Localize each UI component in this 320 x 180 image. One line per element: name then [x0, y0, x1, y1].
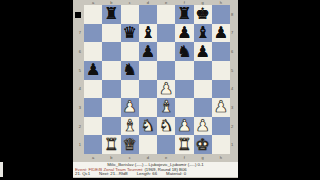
square-c6[interactable] [121, 42, 139, 61]
square-e3[interactable]: ♝ [157, 98, 175, 117]
rank-labels-right: 87654321 [230, 5, 238, 154]
square-a7[interactable] [84, 24, 102, 43]
coord-label-1: 1 [73, 135, 82, 154]
file-labels-bottom: abcdefgh [84, 154, 230, 162]
square-h5[interactable] [212, 61, 230, 80]
square-e4[interactable]: ♟ [157, 80, 175, 99]
square-f4[interactable] [175, 80, 193, 99]
square-a4[interactable] [84, 80, 102, 99]
white-pawn[interactable]: ♟ [159, 81, 173, 97]
rank-labels-left: 87654321 [73, 5, 82, 154]
square-h3[interactable]: ♟ [212, 98, 230, 117]
black-queen[interactable]: ♛ [122, 25, 136, 41]
black-pawn[interactable]: ♟ [141, 44, 155, 60]
coord-label-d: d [139, 154, 157, 162]
black-rook[interactable]: ♜ [177, 6, 191, 22]
coord-label-e: e [157, 154, 175, 162]
coord-label-b: b [102, 154, 120, 162]
square-h1[interactable] [212, 135, 230, 154]
square-d8[interactable] [139, 5, 157, 24]
square-f1[interactable]: ♜ [175, 135, 193, 154]
square-e2[interactable]: ♞ [157, 117, 175, 136]
square-h8[interactable] [212, 5, 230, 24]
coord-label-3: 3 [230, 98, 238, 117]
square-b1[interactable]: ♜ [102, 135, 120, 154]
square-d2[interactable]: ♞ [139, 117, 157, 136]
coord-label-g: g [194, 154, 212, 162]
material-balance: Material: 0 [166, 172, 186, 177]
square-f7[interactable]: ♟ [175, 24, 193, 43]
coord-label-5: 5 [230, 61, 238, 80]
black-pawn[interactable]: ♟ [86, 62, 100, 78]
black-knight[interactable]: ♞ [122, 62, 136, 78]
square-g7[interactable]: ♝ [194, 24, 212, 43]
square-b4[interactable] [102, 80, 120, 99]
black-pawn[interactable]: ♟ [177, 25, 191, 41]
square-h4[interactable] [212, 80, 230, 99]
black-to-move-indicator [75, 12, 81, 18]
next-move: Next: 21...Rfd8 [99, 172, 128, 177]
square-d4[interactable] [139, 80, 157, 99]
coord-label-8: 8 [230, 5, 238, 24]
square-f3[interactable] [175, 98, 193, 117]
white-bishop[interactable]: ♝ [159, 99, 173, 115]
square-a5[interactable]: ♟ [84, 61, 102, 80]
white-knight[interactable]: ♞ [159, 118, 173, 134]
game-info-caption: Milic_Borislav (----) -- Ljubojevic_Ljub… [73, 162, 238, 177]
square-g6[interactable]: ♟ [194, 42, 212, 61]
coord-label-7: 7 [73, 24, 82, 43]
square-a3[interactable] [84, 98, 102, 117]
coord-label-7: 7 [230, 24, 238, 43]
black-pawn[interactable]: ♟ [195, 44, 209, 60]
square-a6[interactable] [84, 42, 102, 61]
white-king[interactable]: ♚ [195, 137, 209, 153]
square-e5[interactable] [157, 61, 175, 80]
square-e1[interactable] [157, 135, 175, 154]
game-length: Length: 66 [137, 172, 157, 177]
square-b3[interactable] [102, 98, 120, 117]
coord-label-a: a [84, 154, 102, 162]
square-f6[interactable]: ♞ [175, 42, 193, 61]
square-g8[interactable]: ♚ [194, 5, 212, 24]
square-b6[interactable] [102, 42, 120, 61]
square-c2[interactable]: ♝ [121, 117, 139, 136]
square-h7[interactable]: ♟ [212, 24, 230, 43]
square-c5[interactable]: ♞ [121, 61, 139, 80]
white-rook[interactable]: ♜ [177, 137, 191, 153]
white-pawn[interactable]: ♟ [177, 118, 191, 134]
black-knight[interactable]: ♞ [177, 44, 191, 60]
black-king[interactable]: ♚ [195, 6, 209, 22]
square-d7[interactable]: ♝ [139, 24, 157, 43]
coord-label-1: 1 [230, 135, 238, 154]
white-pawn[interactable]: ♟ [195, 118, 209, 134]
coord-label-6: 6 [73, 42, 82, 61]
square-c3[interactable]: ♟ [121, 98, 139, 117]
square-a1[interactable] [84, 135, 102, 154]
white-queen[interactable]: ♛ [122, 137, 136, 153]
square-f2[interactable]: ♟ [175, 117, 193, 136]
coord-label-4: 4 [73, 80, 82, 99]
last-move: 21. Qc1 [75, 172, 90, 177]
square-e8[interactable] [157, 5, 175, 24]
black-pawn[interactable]: ♟ [214, 25, 228, 41]
square-b8[interactable]: ♜ [102, 5, 120, 24]
white-pawn[interactable]: ♟ [214, 99, 228, 115]
square-a2[interactable] [84, 117, 102, 136]
coord-label-3: 3 [73, 98, 82, 117]
square-d6[interactable]: ♟ [139, 42, 157, 61]
square-c4[interactable] [121, 80, 139, 99]
square-h6[interactable] [212, 42, 230, 61]
square-e6[interactable] [157, 42, 175, 61]
square-h2[interactable] [212, 117, 230, 136]
black-bishop[interactable]: ♝ [195, 25, 209, 41]
square-c8[interactable] [121, 5, 139, 24]
square-g1[interactable]: ♚ [194, 135, 212, 154]
square-a8[interactable] [84, 5, 102, 24]
screen-artifact [0, 162, 3, 177]
coord-label-c: c [121, 154, 139, 162]
coord-label-2: 2 [230, 117, 238, 136]
square-b5[interactable] [102, 61, 120, 80]
coord-label-4: 4 [230, 80, 238, 99]
video-frame: { "game": "chess", "position": { "fen": … [0, 0, 320, 180]
square-g3[interactable] [194, 98, 212, 117]
white-knight[interactable]: ♞ [141, 118, 155, 134]
square-e7[interactable] [157, 24, 175, 43]
move-status-line: 21. Qc1 Next: 21...Rfd8 Length: 66 Mater… [75, 172, 236, 177]
square-b7[interactable] [102, 24, 120, 43]
square-d3[interactable] [139, 98, 157, 117]
coord-label-h: h [212, 154, 230, 162]
coord-label-f: f [175, 154, 193, 162]
coord-label-5: 5 [73, 61, 82, 80]
black-bishop[interactable]: ♝ [141, 25, 155, 41]
coord-label-6: 6 [230, 42, 238, 61]
white-bishop[interactable]: ♝ [122, 118, 136, 134]
square-f5[interactable] [175, 61, 193, 80]
square-g5[interactable] [194, 61, 212, 80]
square-b2[interactable] [102, 117, 120, 136]
square-g4[interactable] [194, 80, 212, 99]
square-f8[interactable]: ♜ [175, 5, 193, 24]
coord-label-2: 2 [73, 117, 82, 136]
square-c1[interactable]: ♛ [121, 135, 139, 154]
white-pawn[interactable]: ♟ [122, 99, 136, 115]
square-d1[interactable] [139, 135, 157, 154]
square-c7[interactable]: ♛ [121, 24, 139, 43]
white-rook[interactable]: ♜ [104, 137, 118, 153]
square-g2[interactable]: ♟ [194, 117, 212, 136]
chess-board-frame: abcdefgh 87654321 87654321 ♜♜♚♛♝♟♝♟♟♞♟♟♞… [73, 0, 238, 178]
chess-board[interactable]: ♜♜♚♛♝♟♝♟♟♞♟♟♞♟♟♝♟♝♞♞♟♟♜♛♜♚ [84, 5, 230, 154]
black-rook[interactable]: ♜ [104, 6, 118, 22]
square-d5[interactable] [139, 61, 157, 80]
